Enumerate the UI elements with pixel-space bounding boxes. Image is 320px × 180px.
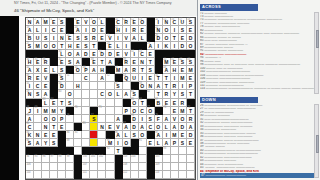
grid-cell[interactable]: O	[139, 131, 147, 139]
grid-cell[interactable]: 35E	[34, 58, 42, 66]
grid-cell[interactable]: 89	[66, 139, 74, 147]
grid-cell[interactable]: M	[179, 107, 187, 115]
grid-cell[interactable]: H	[66, 42, 74, 50]
grid-cell[interactable]: O	[163, 34, 171, 42]
grid-cell[interactable]: D	[82, 50, 90, 58]
grid-cell[interactable]: L	[115, 90, 123, 98]
across-clue-list[interactable]: 71 ——— ————73 ——— ——————75 ———— ————— ——…	[200, 12, 314, 94]
grid-cell[interactable]	[34, 171, 42, 179]
grid-cell[interactable]	[90, 171, 98, 179]
grid-cell[interactable]: E	[58, 123, 66, 131]
grid-cell[interactable]: E	[171, 107, 179, 115]
grid-cell[interactable]	[171, 155, 179, 163]
grid-cell[interactable]: 25V	[106, 34, 114, 42]
grid-cell[interactable]: R	[171, 82, 179, 90]
grid-cell[interactable]	[58, 163, 66, 171]
grid-cell[interactable]	[131, 171, 139, 179]
grid-cell[interactable]: H	[171, 66, 179, 74]
grid-cell[interactable]: 2A	[34, 18, 42, 26]
grid-cell[interactable]: C	[34, 82, 42, 90]
grid-cell[interactable]: N	[42, 123, 50, 131]
grid-cell[interactable]: 87A	[155, 131, 163, 139]
grid-cell[interactable]	[139, 147, 147, 155]
grid-cell[interactable]: E	[147, 139, 155, 147]
grid-cell[interactable]: 85	[74, 131, 82, 139]
grid-cell[interactable]: 109	[155, 163, 163, 171]
grid-cell[interactable]: 6E	[74, 18, 82, 26]
grid-cell[interactable]: 27S	[26, 42, 34, 50]
grid-cell[interactable]	[187, 163, 195, 171]
grid-cell[interactable]: D	[131, 123, 139, 131]
grid-cell[interactable]: 29A	[147, 42, 155, 50]
grid-cell[interactable]: 43S	[187, 58, 195, 66]
grid-cell[interactable]: I	[115, 139, 123, 147]
grid-cell[interactable]: O	[179, 115, 187, 123]
grid-cell[interactable]: D	[179, 123, 187, 131]
grid-cell[interactable]: 92	[106, 147, 114, 155]
grid-cell[interactable]	[90, 74, 98, 82]
crossword-grid[interactable]: 1N2A3M4E5S6E7V8O9L10C11R12E13O14I15N16C1…	[25, 17, 196, 180]
grid-cell[interactable]: M	[179, 74, 187, 82]
across-scrollbar-thumb[interactable]	[316, 30, 319, 48]
grid-cell[interactable]: V	[123, 34, 131, 42]
grid-cell[interactable]: T	[163, 74, 171, 82]
grid-cell[interactable]: O	[155, 123, 163, 131]
grid-cell[interactable]: 23B	[26, 34, 34, 42]
grid-cell[interactable]: 11R	[123, 18, 131, 26]
grid-cell[interactable]: 71	[98, 107, 106, 115]
grid-cell[interactable]	[82, 90, 90, 98]
grid-cell[interactable]	[90, 99, 98, 107]
grid-cell[interactable]: 36R	[42, 58, 50, 66]
grid-cell[interactable]: E	[187, 74, 195, 82]
grid-cell[interactable]: 104	[131, 155, 139, 163]
grid-cell[interactable]: 32I	[131, 50, 139, 58]
grid-cell[interactable]	[98, 82, 106, 90]
grid-cell[interactable]	[90, 163, 98, 171]
grid-cell[interactable]: 5S	[58, 18, 66, 26]
grid-cell[interactable]: S	[74, 34, 82, 42]
down-scrollbar[interactable]	[314, 104, 319, 178]
grid-cell[interactable]: 18S	[187, 18, 195, 26]
grid-cell[interactable]: 100	[82, 155, 90, 163]
grid-cell[interactable]	[179, 155, 187, 163]
grid-cell[interactable]	[90, 90, 98, 98]
grid-cell[interactable]: 84	[66, 131, 74, 139]
grid-cell[interactable]: E	[187, 139, 195, 147]
grid-cell[interactable]: 3M	[42, 18, 50, 26]
grid-cell[interactable]: 41E	[171, 58, 179, 66]
down-clue-list[interactable]: 26 ——————— ——————’— ————27 — ————————— —…	[200, 104, 314, 180]
grid-cell[interactable]: 16C	[171, 18, 179, 26]
grid-cell[interactable]: U	[131, 74, 139, 82]
grid-cell[interactable]: 31D	[98, 50, 106, 58]
grid-cell[interactable]	[139, 163, 147, 171]
grid-cell[interactable]: N	[58, 34, 66, 42]
grid-cell[interactable]: E	[187, 26, 195, 34]
grid-cell[interactable]	[82, 99, 90, 107]
grid-cell[interactable]: L	[115, 42, 123, 50]
grid-cell[interactable]: Y	[171, 90, 179, 98]
grid-cell[interactable]	[66, 123, 74, 131]
grid-cell[interactable]	[106, 163, 114, 171]
grid-cell[interactable]: A	[106, 58, 114, 66]
grid-cell[interactable]	[34, 115, 42, 123]
grid-cell[interactable]	[187, 147, 195, 155]
grid-cell[interactable]: E	[179, 131, 187, 139]
grid-cell[interactable]: E	[58, 26, 66, 34]
grid-cell[interactable]	[90, 123, 98, 131]
grid-cell[interactable]	[106, 155, 114, 163]
grid-cell[interactable]: 20A	[74, 26, 82, 34]
grid-cell[interactable]: D	[106, 50, 114, 58]
grid-cell[interactable]	[42, 171, 50, 179]
grid-cell[interactable]: 38E	[90, 58, 98, 66]
grid-cell[interactable]: C	[98, 90, 106, 98]
grid-cell[interactable]: 99	[66, 155, 74, 163]
grid-cell[interactable]: 1N	[26, 18, 34, 26]
grid-cell[interactable]: D	[187, 34, 195, 42]
grid-cell[interactable]: L	[139, 34, 147, 42]
grid-cell[interactable]: T	[58, 42, 66, 50]
grid-cell[interactable]: A	[123, 90, 131, 98]
grid-cell[interactable]: 83K	[26, 131, 34, 139]
grid-cell[interactable]: A	[131, 34, 139, 42]
grid-cell[interactable]: E	[42, 131, 50, 139]
grid-cell[interactable]: M	[187, 66, 195, 74]
grid-cell[interactable]: I	[163, 131, 171, 139]
grid-cell[interactable]	[187, 155, 195, 163]
grid-cell[interactable]: 95	[34, 155, 42, 163]
grid-cell[interactable]: 80C	[26, 123, 34, 131]
grid-cell[interactable]: 78D	[131, 115, 139, 123]
grid-cell[interactable]	[82, 131, 90, 139]
grid-cell[interactable]: E	[106, 123, 114, 131]
grid-cell[interactable]: T	[171, 34, 179, 42]
grid-cell[interactable]: I	[115, 34, 123, 42]
grid-cell[interactable]: R	[163, 90, 171, 98]
grid-cell[interactable]: 107	[82, 163, 90, 171]
grid-cell[interactable]	[106, 99, 114, 107]
grid-cell[interactable]	[34, 123, 42, 131]
grid-cell[interactable]: E	[171, 99, 179, 107]
grid-cell[interactable]	[42, 163, 50, 171]
grid-cell[interactable]: C	[139, 107, 147, 115]
grid-cell[interactable]: 10C	[115, 18, 123, 26]
grid-cell[interactable]: T	[139, 66, 147, 74]
grid-cell[interactable]: R	[131, 26, 139, 34]
grid-cell[interactable]	[50, 163, 58, 171]
grid-cell[interactable]	[82, 139, 90, 147]
grid-cell[interactable]: R	[131, 66, 139, 74]
grid-cell[interactable]: V	[42, 74, 50, 82]
grid-cell[interactable]: 57S	[115, 82, 123, 90]
grid-cell[interactable]: A	[90, 66, 98, 74]
grid-cell[interactable]: 62	[147, 90, 155, 98]
grid-cell[interactable]: P	[171, 139, 179, 147]
grid-cell[interactable]: K	[163, 42, 171, 50]
grid-cell[interactable]: S	[82, 42, 90, 50]
grid-cell[interactable]	[34, 163, 42, 171]
grid-cell[interactable]	[115, 99, 123, 107]
grid-cell[interactable]: T	[115, 147, 123, 155]
grid-cell[interactable]: S	[66, 58, 74, 66]
grid-cell[interactable]: 97	[50, 155, 58, 163]
grid-cell[interactable]: C	[82, 74, 90, 82]
grid-cell[interactable]	[90, 82, 98, 90]
grid-cell[interactable]: 113	[155, 171, 163, 179]
grid-cell[interactable]: I	[82, 26, 90, 34]
grid-cell[interactable]: O	[66, 50, 74, 58]
grid-cell[interactable]: Y	[42, 139, 50, 147]
grid-cell[interactable]: A	[163, 115, 171, 123]
grid-cell[interactable]	[106, 171, 114, 179]
grid-cell[interactable]	[98, 171, 106, 179]
grid-cell[interactable]: 102	[98, 155, 106, 163]
down-clue[interactable]: 47 —————— ——————	[200, 173, 314, 178]
grid-cell[interactable]: 81	[82, 123, 90, 131]
grid-cell[interactable]: 26D	[155, 34, 163, 42]
grid-cell[interactable]	[58, 171, 66, 179]
grid-cell[interactable]: O	[42, 115, 50, 123]
grid-cell[interactable]	[82, 107, 90, 115]
grid-cell[interactable]: 24E	[66, 34, 74, 42]
grid-cell[interactable]: 69I	[34, 107, 42, 115]
grid-cell[interactable]	[74, 147, 82, 155]
grid-cell[interactable]: C	[50, 26, 58, 34]
grid-cell[interactable]: T	[187, 90, 195, 98]
grid-cell[interactable]: N	[98, 123, 106, 131]
grid-cell[interactable]: 108	[123, 163, 131, 171]
grid-cell[interactable]: M	[171, 131, 179, 139]
grid-cell[interactable]: M	[42, 107, 50, 115]
grid-cell[interactable]	[98, 139, 106, 147]
grid-cell[interactable]: 93	[163, 147, 171, 155]
grid-cell[interactable]: A	[155, 82, 163, 90]
grid-cell[interactable]	[171, 163, 179, 171]
grid-cell[interactable]	[187, 171, 195, 179]
grid-cell[interactable]: 54T	[155, 74, 163, 82]
grid-cell[interactable]: P	[187, 82, 195, 90]
grid-cell[interactable]: V	[115, 123, 123, 131]
grid-cell[interactable]: C	[147, 123, 155, 131]
grid-cell[interactable]	[115, 107, 123, 115]
grid-cell[interactable]	[163, 171, 171, 179]
grid-cell[interactable]	[74, 139, 82, 147]
grid-cell[interactable]: E	[34, 74, 42, 82]
grid-cell[interactable]: 63L	[42, 99, 50, 107]
grid-cell[interactable]: 105	[155, 155, 163, 163]
grid-cell[interactable]: S	[131, 131, 139, 139]
grid-cell[interactable]: D	[187, 131, 195, 139]
grid-cell[interactable]: 53Q	[123, 74, 131, 82]
grid-cell[interactable]: I	[123, 42, 131, 50]
grid-cell[interactable]: 37E	[58, 58, 66, 66]
grid-cell[interactable]: 82A	[123, 123, 131, 131]
grid-cell[interactable]	[171, 147, 179, 155]
grid-cell[interactable]: 59N	[26, 90, 34, 98]
grid-cell[interactable]: E	[98, 34, 106, 42]
grid-cell[interactable]	[131, 163, 139, 171]
grid-cell[interactable]: E	[139, 26, 147, 34]
grid-cell[interactable]: 51	[66, 74, 74, 82]
grid-cell[interactable]: 106	[26, 163, 34, 171]
grid-cell[interactable]: R	[179, 99, 187, 107]
grid-cell[interactable]: I	[139, 115, 147, 123]
grid-cell[interactable]: 4E	[50, 18, 58, 26]
grid-cell[interactable]: 96	[42, 155, 50, 163]
grid-cell[interactable]	[50, 171, 58, 179]
grid-cell[interactable]: M	[34, 42, 42, 50]
grid-cell[interactable]: 67B	[155, 99, 163, 107]
grid-cell[interactable]: A	[139, 123, 147, 131]
grid-cell[interactable]: 42S	[179, 58, 187, 66]
grid-cell[interactable]	[163, 163, 171, 171]
grid-cell[interactable]: R	[187, 115, 195, 123]
grid-cell[interactable]: I	[155, 42, 163, 50]
grid-cell[interactable]	[106, 82, 114, 90]
grid-cell[interactable]: A	[74, 50, 82, 58]
grid-cell[interactable]	[98, 115, 106, 123]
grid-cell[interactable]: 21H	[115, 26, 123, 34]
grid-cell[interactable]: E	[179, 66, 187, 74]
grid-cell[interactable]: 47M	[115, 66, 123, 74]
grid-cell[interactable]: H	[74, 82, 82, 90]
grid-cell[interactable]: P	[58, 115, 66, 123]
grid-cell[interactable]: 52	[106, 74, 114, 82]
grid-cell[interactable]	[179, 163, 187, 171]
grid-cell[interactable]: 9L	[98, 18, 106, 26]
grid-cell[interactable]: E	[74, 42, 82, 50]
grid-cell[interactable]: T	[163, 82, 171, 90]
grid-cell[interactable]: S	[179, 139, 187, 147]
grid-cell[interactable]: 70	[74, 107, 82, 115]
grid-cell[interactable]: 39R	[123, 58, 131, 66]
grid-cell[interactable]: 74T	[187, 107, 195, 115]
grid-cell[interactable]: O	[66, 90, 74, 98]
grid-cell[interactable]: 94	[26, 155, 34, 163]
grid-cell[interactable]: E	[147, 50, 155, 58]
grid-cell[interactable]: 112	[123, 171, 131, 179]
grid-cell[interactable]: R	[90, 34, 98, 42]
grid-cell[interactable]: T	[98, 58, 106, 66]
grid-cell[interactable]: T	[50, 123, 58, 131]
grid-cell[interactable]: I	[179, 82, 187, 90]
grid-cell[interactable]: X	[34, 66, 42, 74]
grid-cell[interactable]: I	[171, 42, 179, 50]
down-scrollbar-thumb[interactable]	[316, 135, 319, 152]
grid-cell[interactable]	[139, 155, 147, 163]
grid-cell[interactable]	[98, 131, 106, 139]
grid-cell[interactable]: T	[90, 42, 98, 50]
grid-cell[interactable]: 46P	[82, 66, 90, 74]
grid-cell[interactable]: 110	[26, 171, 34, 179]
grid-cell[interactable]: M	[50, 107, 58, 115]
grid-cell[interactable]: E	[98, 26, 106, 34]
grid-cell[interactable]: O	[106, 90, 114, 98]
across-scrollbar[interactable]	[314, 12, 319, 94]
grid-cell[interactable]: A	[34, 139, 42, 147]
grid-cell[interactable]	[123, 82, 131, 90]
grid-cell[interactable]: A	[115, 115, 123, 123]
grid-cell[interactable]	[106, 115, 114, 123]
grid-cell[interactable]: 60	[58, 90, 66, 98]
grid-cell[interactable]: 48A	[163, 66, 171, 74]
grid-cell[interactable]: P	[123, 107, 131, 115]
grid-cell[interactable]: S	[147, 115, 155, 123]
grid-cell[interactable]: I	[42, 26, 50, 34]
grid-cell[interactable]	[171, 171, 179, 179]
grid-cell[interactable]: I	[123, 26, 131, 34]
grid-cell[interactable]: Y	[58, 107, 66, 115]
grid-cell[interactable]: N	[139, 58, 147, 66]
grid-cell[interactable]: S	[34, 90, 42, 98]
grid-cell[interactable]: A	[98, 74, 106, 82]
grid-cell[interactable]: S	[42, 34, 50, 42]
grid-cell[interactable]: 66T	[139, 99, 147, 107]
grid-cell[interactable]: D	[179, 42, 187, 50]
grid-cell[interactable]	[82, 82, 90, 90]
grid-cell[interactable]: N	[34, 131, 42, 139]
grid-cell[interactable]: I	[171, 74, 179, 82]
grid-cell[interactable]: U	[34, 34, 42, 42]
grid-cell[interactable]: 58O	[139, 82, 147, 90]
grid-cell[interactable]	[66, 171, 74, 179]
grid-cell[interactable]: 77S	[90, 115, 98, 123]
grid-cell[interactable]: S	[147, 66, 155, 74]
grid-cell[interactable]: A	[163, 139, 171, 147]
grid-cell[interactable]: L	[123, 131, 131, 139]
grid-cell[interactable]: 72O	[147, 107, 155, 115]
grid-cell[interactable]: 91	[139, 139, 147, 147]
grid-cell[interactable]: L	[163, 123, 171, 131]
grid-cell[interactable]: 22N	[155, 26, 163, 34]
grid-cell[interactable]: 12E	[131, 18, 139, 26]
grid-cell[interactable]: E	[42, 82, 50, 90]
grid-cell[interactable]: 17U	[179, 18, 187, 26]
grid-cell[interactable]: T	[58, 99, 66, 107]
grid-cell[interactable]: 64E	[50, 99, 58, 107]
grid-cell[interactable]: 13O	[139, 18, 147, 26]
grid-cell[interactable]: E	[147, 74, 155, 82]
grid-cell[interactable]: A	[171, 123, 179, 131]
grid-cell[interactable]: 86A	[115, 131, 123, 139]
grid-cell[interactable]	[179, 171, 187, 179]
grid-cell[interactable]	[74, 90, 82, 98]
grid-cell[interactable]	[66, 163, 74, 171]
grid-cell[interactable]: L	[50, 66, 58, 74]
grid-cell[interactable]: L	[34, 26, 42, 34]
grid-cell[interactable]	[139, 171, 147, 179]
grid-cell[interactable]: S	[66, 99, 74, 107]
grid-cell[interactable]: O	[187, 42, 195, 50]
grid-cell[interactable]: 98	[58, 155, 66, 163]
grid-cell[interactable]: 15N	[163, 18, 171, 26]
grid-cell[interactable]: S	[179, 90, 187, 98]
grid-cell[interactable]: O	[50, 42, 58, 50]
grid-cell[interactable]: D	[90, 26, 98, 34]
grid-cell[interactable]: 19A	[26, 26, 34, 34]
grid-cell[interactable]	[106, 107, 114, 115]
grid-cell[interactable]: S	[179, 26, 187, 34]
grid-cell[interactable]: O	[123, 139, 131, 147]
grid-cell[interactable]: 101	[90, 155, 98, 163]
grid-cell[interactable]	[74, 115, 82, 123]
grid-cell[interactable]: O	[50, 115, 58, 123]
grid-cell[interactable]: H	[98, 66, 106, 74]
grid-cell[interactable]: 79F	[155, 115, 163, 123]
grid-cell[interactable]	[90, 131, 98, 139]
